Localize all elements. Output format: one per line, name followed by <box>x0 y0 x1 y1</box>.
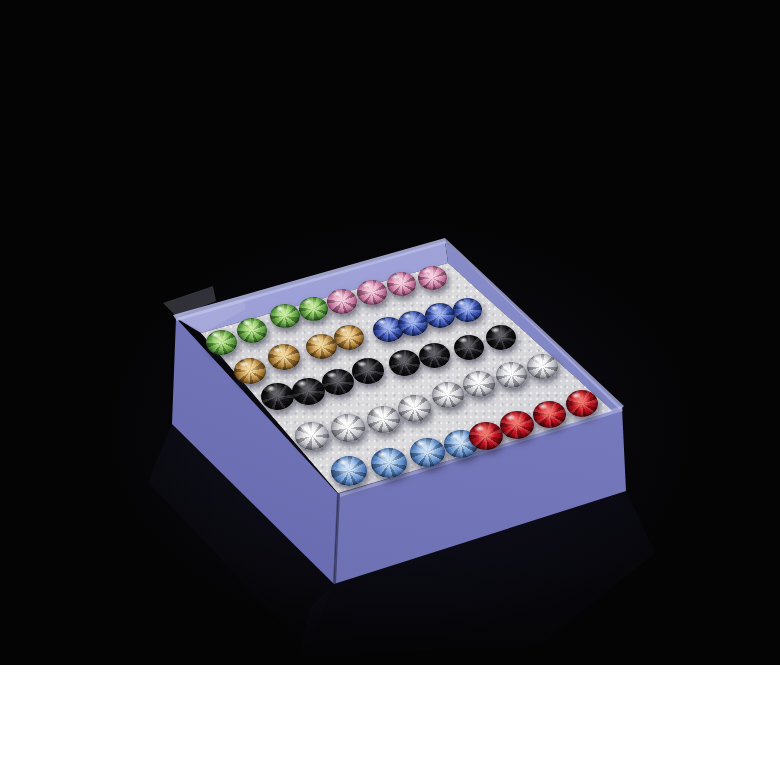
stud-royalblue-2 <box>398 311 428 336</box>
stud-lightblue-2 <box>371 448 407 478</box>
stud-clear-8 <box>527 354 558 379</box>
stud-clear-2 <box>331 414 365 442</box>
stud-black-7 <box>454 335 484 360</box>
stud-black-8 <box>486 325 516 350</box>
stud-royalblue-3 <box>425 303 455 328</box>
stud-red-1 <box>469 422 503 450</box>
stud-pink-1 <box>327 289 357 314</box>
stud-gold-2 <box>268 344 300 370</box>
stud-royalblue-4 <box>453 298 482 322</box>
stud-green-4 <box>299 297 328 321</box>
stud-green-3 <box>270 304 300 328</box>
stud-black-5 <box>389 350 420 376</box>
stud-pink-3 <box>387 272 416 296</box>
stud-gold-1 <box>234 358 266 384</box>
stud-clear-1 <box>295 422 329 450</box>
stud-black-4 <box>352 358 384 384</box>
stud-lightblue-3 <box>410 438 445 467</box>
product-photo <box>0 0 780 780</box>
stud-red-4 <box>566 390 598 417</box>
stud-green-2 <box>237 318 267 343</box>
stud-black-1 <box>261 383 294 410</box>
stud-clear-3 <box>367 406 400 433</box>
stud-red-2 <box>500 411 534 439</box>
stud-black-2 <box>292 378 325 405</box>
stud-gold-3 <box>306 334 337 359</box>
stud-clear-7 <box>496 362 527 388</box>
stud-black-6 <box>419 343 450 368</box>
stud-lightblue-1 <box>331 456 367 486</box>
stud-clear-6 <box>463 371 495 397</box>
stud-green-1 <box>206 330 237 355</box>
stud-pink-4 <box>418 266 447 290</box>
stud-pink-2 <box>357 280 387 305</box>
stud-clear-5 <box>432 382 464 408</box>
stud-gold-4 <box>334 325 364 350</box>
stud-red-3 <box>533 401 566 428</box>
stud-clear-4 <box>398 395 431 422</box>
stud-black-3 <box>322 369 354 395</box>
